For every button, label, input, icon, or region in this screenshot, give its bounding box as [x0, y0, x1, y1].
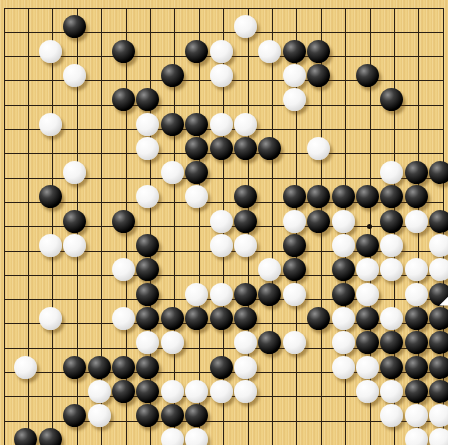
white-stone[interactable]	[405, 428, 428, 445]
white-stone[interactable]	[63, 161, 86, 184]
white-stone[interactable]	[258, 258, 281, 281]
white-stone[interactable]	[210, 113, 233, 136]
black-stone[interactable]	[136, 283, 159, 306]
black-stone[interactable]	[429, 380, 448, 403]
white-stone[interactable]	[210, 234, 233, 257]
white-stone[interactable]	[380, 161, 403, 184]
black-stone[interactable]	[136, 258, 159, 281]
white-stone[interactable]	[210, 283, 233, 306]
white-stone[interactable]	[356, 258, 379, 281]
white-stone[interactable]	[356, 356, 379, 379]
black-stone[interactable]	[405, 331, 428, 354]
white-stone[interactable]	[380, 380, 403, 403]
black-stone[interactable]	[112, 380, 135, 403]
white-stone[interactable]	[332, 210, 355, 233]
window-margin	[448, 0, 452, 445]
black-stone[interactable]	[234, 307, 257, 330]
white-stone[interactable]	[429, 428, 448, 445]
white-stone[interactable]	[429, 404, 448, 427]
black-stone[interactable]	[185, 161, 208, 184]
black-stone[interactable]	[63, 356, 86, 379]
white-stone[interactable]	[136, 331, 159, 354]
black-stone[interactable]	[210, 137, 233, 160]
black-stone[interactable]	[429, 161, 448, 184]
black-stone[interactable]	[63, 210, 86, 233]
white-stone[interactable]	[307, 137, 330, 160]
white-stone[interactable]	[14, 356, 37, 379]
black-stone[interactable]	[380, 331, 403, 354]
white-stone[interactable]	[39, 234, 62, 257]
black-stone[interactable]	[112, 40, 135, 63]
black-stone[interactable]	[380, 185, 403, 208]
black-stone[interactable]	[161, 64, 184, 87]
black-stone[interactable]	[307, 210, 330, 233]
black-stone[interactable]	[210, 307, 233, 330]
white-stone[interactable]	[63, 64, 86, 87]
black-stone[interactable]	[112, 356, 135, 379]
black-stone[interactable]	[307, 185, 330, 208]
white-stone[interactable]	[283, 283, 306, 306]
black-stone[interactable]	[161, 307, 184, 330]
black-stone[interactable]	[136, 356, 159, 379]
black-stone[interactable]	[429, 210, 448, 233]
white-stone[interactable]	[136, 137, 159, 160]
black-stone[interactable]	[185, 137, 208, 160]
white-stone[interactable]	[356, 380, 379, 403]
black-stone[interactable]	[88, 356, 111, 379]
black-stone[interactable]	[185, 113, 208, 136]
white-stone[interactable]	[283, 210, 306, 233]
white-stone[interactable]	[185, 380, 208, 403]
black-stone[interactable]	[258, 283, 281, 306]
black-stone[interactable]	[63, 404, 86, 427]
black-stone[interactable]	[136, 88, 159, 111]
white-stone[interactable]	[234, 234, 257, 257]
white-stone[interactable]	[332, 234, 355, 257]
white-stone[interactable]	[283, 88, 306, 111]
white-stone[interactable]	[405, 283, 428, 306]
white-stone[interactable]	[136, 113, 159, 136]
black-stone[interactable]	[356, 64, 379, 87]
white-stone[interactable]	[185, 428, 208, 445]
white-stone[interactable]	[429, 234, 448, 257]
white-stone[interactable]	[39, 113, 62, 136]
white-stone[interactable]	[258, 40, 281, 63]
white-stone[interactable]	[210, 210, 233, 233]
white-stone[interactable]	[234, 356, 257, 379]
white-stone[interactable]	[283, 331, 306, 354]
black-stone[interactable]	[136, 404, 159, 427]
black-stone[interactable]	[283, 258, 306, 281]
black-stone[interactable]	[429, 283, 448, 306]
white-stone[interactable]	[332, 307, 355, 330]
black-stone[interactable]	[307, 307, 330, 330]
go-board[interactable]	[0, 0, 448, 445]
black-stone[interactable]	[185, 404, 208, 427]
black-stone[interactable]	[234, 185, 257, 208]
black-stone[interactable]	[405, 161, 428, 184]
black-stone[interactable]	[380, 356, 403, 379]
white-stone[interactable]	[161, 380, 184, 403]
black-stone[interactable]	[234, 283, 257, 306]
black-stone[interactable]	[332, 283, 355, 306]
star-point	[367, 224, 372, 229]
white-stone[interactable]	[380, 404, 403, 427]
white-stone[interactable]	[161, 161, 184, 184]
white-stone[interactable]	[234, 331, 257, 354]
black-stone[interactable]	[136, 307, 159, 330]
black-stone[interactable]	[380, 88, 403, 111]
white-stone[interactable]	[405, 210, 428, 233]
black-stone[interactable]	[307, 40, 330, 63]
white-stone[interactable]	[88, 380, 111, 403]
white-stone[interactable]	[429, 258, 448, 281]
white-stone[interactable]	[112, 258, 135, 281]
black-stone[interactable]	[283, 234, 306, 257]
black-stone[interactable]	[161, 404, 184, 427]
white-stone[interactable]	[356, 283, 379, 306]
white-stone[interactable]	[112, 307, 135, 330]
white-stone[interactable]	[234, 113, 257, 136]
white-stone[interactable]	[405, 258, 428, 281]
black-stone[interactable]	[136, 380, 159, 403]
white-stone[interactable]	[185, 283, 208, 306]
black-stone[interactable]	[405, 307, 428, 330]
white-stone[interactable]	[380, 307, 403, 330]
black-stone[interactable]	[356, 307, 379, 330]
black-stone[interactable]	[112, 210, 135, 233]
go-app-window	[0, 0, 452, 445]
black-stone[interactable]	[136, 234, 159, 257]
black-stone[interactable]	[429, 356, 448, 379]
black-stone[interactable]	[380, 210, 403, 233]
white-stone[interactable]	[234, 15, 257, 38]
board-vertical-line	[272, 8, 273, 445]
black-stone[interactable]	[258, 331, 281, 354]
white-stone[interactable]	[380, 234, 403, 257]
black-stone[interactable]	[185, 40, 208, 63]
white-stone[interactable]	[161, 428, 184, 445]
white-stone[interactable]	[88, 404, 111, 427]
black-stone[interactable]	[332, 185, 355, 208]
white-stone[interactable]	[136, 185, 159, 208]
black-stone[interactable]	[161, 113, 184, 136]
black-stone[interactable]	[234, 137, 257, 160]
black-stone[interactable]	[429, 331, 448, 354]
black-stone[interactable]	[405, 380, 428, 403]
black-stone[interactable]	[307, 64, 330, 87]
white-stone[interactable]	[332, 331, 355, 354]
white-stone[interactable]	[39, 40, 62, 63]
black-stone[interactable]	[405, 185, 428, 208]
white-stone[interactable]	[39, 307, 62, 330]
white-stone[interactable]	[234, 380, 257, 403]
white-stone[interactable]	[332, 356, 355, 379]
black-stone[interactable]	[405, 356, 428, 379]
black-stone[interactable]	[332, 258, 355, 281]
black-stone[interactable]	[283, 185, 306, 208]
white-stone[interactable]	[210, 380, 233, 403]
white-stone[interactable]	[63, 234, 86, 257]
black-stone[interactable]	[210, 356, 233, 379]
white-stone[interactable]	[283, 64, 306, 87]
black-stone[interactable]	[356, 331, 379, 354]
white-stone[interactable]	[210, 40, 233, 63]
black-stone[interactable]	[429, 307, 448, 330]
white-stone[interactable]	[161, 331, 184, 354]
black-stone[interactable]	[258, 137, 281, 160]
black-stone[interactable]	[63, 15, 86, 38]
last-move-triangle-marker	[439, 293, 448, 306]
white-stone[interactable]	[185, 185, 208, 208]
black-stone[interactable]	[39, 185, 62, 208]
black-stone[interactable]	[14, 428, 37, 445]
white-stone[interactable]	[380, 258, 403, 281]
black-stone[interactable]	[112, 88, 135, 111]
black-stone[interactable]	[185, 307, 208, 330]
white-stone[interactable]	[210, 64, 233, 87]
black-stone[interactable]	[356, 185, 379, 208]
black-stone[interactable]	[234, 210, 257, 233]
black-stone[interactable]	[39, 428, 62, 445]
black-stone[interactable]	[283, 40, 306, 63]
white-stone[interactable]	[405, 404, 428, 427]
black-stone[interactable]	[356, 234, 379, 257]
